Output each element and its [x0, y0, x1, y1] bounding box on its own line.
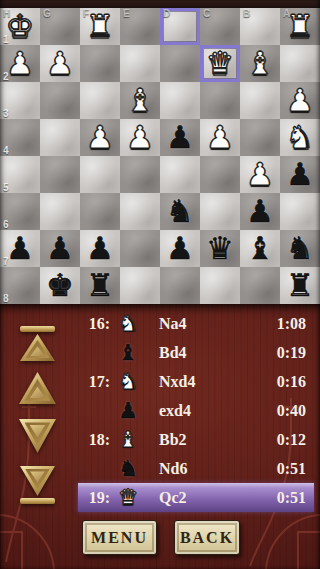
square-a4[interactable]: ♞	[280, 119, 320, 156]
move-number: 16:	[78, 315, 110, 333]
piece-white-pawn: ♟	[0, 45, 40, 82]
go-to-start-icon	[20, 326, 55, 332]
piece-black-rook: ♜	[80, 267, 120, 304]
piece-white-king: ♚	[0, 8, 40, 45]
previous-move-icon	[19, 372, 56, 404]
square-h2[interactable]: 2♟	[0, 45, 40, 82]
rank-label: 7	[3, 256, 9, 267]
square-f7[interactable]: ♟	[80, 230, 120, 267]
move-number: 17:	[78, 373, 110, 391]
square-b6[interactable]: ♟	[240, 193, 280, 230]
move-row[interactable]: 18:♝Bb20:12	[78, 425, 314, 454]
square-c6[interactable]	[200, 193, 240, 230]
square-a2[interactable]	[280, 45, 320, 82]
square-e6[interactable]	[120, 193, 160, 230]
go-to-end-button[interactable]	[20, 466, 55, 504]
black-pawn-icon: ♟	[110, 396, 146, 425]
square-h6[interactable]: 6	[0, 193, 40, 230]
move-number: 19:	[78, 489, 110, 507]
top-strip	[0, 0, 320, 8]
square-e1[interactable]: E	[120, 8, 160, 45]
go-to-end-icon	[20, 466, 55, 496]
rank-label: 2	[3, 71, 9, 82]
rank-label: 5	[3, 182, 9, 193]
square-f2[interactable]	[80, 45, 120, 82]
square-b2[interactable]: ♝	[240, 45, 280, 82]
square-b7[interactable]: ♝	[240, 230, 280, 267]
square-d6[interactable]: ♞	[160, 193, 200, 230]
white-bishop-icon: ♝	[110, 425, 146, 454]
piece-black-pawn: ♟	[40, 230, 80, 267]
square-b5[interactable]: ♟	[240, 156, 280, 193]
rank-label: 3	[3, 108, 9, 119]
white-knight-icon: ♞	[110, 367, 146, 396]
square-d7[interactable]: ♟	[160, 230, 200, 267]
go-to-start-button[interactable]	[20, 326, 55, 361]
piece-black-queen: ♛	[200, 230, 240, 267]
square-h5[interactable]: 5	[0, 156, 40, 193]
square-g6[interactable]	[40, 193, 80, 230]
square-f1[interactable]: F♜	[80, 8, 120, 45]
square-d5[interactable]	[160, 156, 200, 193]
piece-white-pawn: ♟	[80, 119, 120, 156]
file-label: H	[3, 8, 10, 19]
piece-black-pawn: ♟	[160, 230, 200, 267]
square-d3[interactable]	[160, 82, 200, 119]
piece-white-queen: ♛	[200, 45, 240, 82]
next-move-button[interactable]	[19, 419, 56, 453]
piece-black-bishop: ♝	[240, 230, 280, 267]
piece-white-pawn: ♟	[200, 119, 240, 156]
square-a3[interactable]: ♟	[280, 82, 320, 119]
square-f4[interactable]: ♟	[80, 119, 120, 156]
piece-black-king: ♚	[40, 267, 80, 304]
square-h7[interactable]: 7♟	[0, 230, 40, 267]
square-a5[interactable]: ♟	[280, 156, 320, 193]
move-clock-time: 0:51	[277, 460, 314, 478]
square-g8[interactable]: ♚	[40, 267, 80, 304]
piece-white-rook: ♜	[280, 8, 320, 45]
black-knight-icon: ♞	[110, 454, 146, 483]
piece-black-pawn: ♟	[80, 230, 120, 267]
square-e4[interactable]: ♟	[120, 119, 160, 156]
square-c7[interactable]: ♛	[200, 230, 240, 267]
square-f8[interactable]: ♜	[80, 267, 120, 304]
move-san: Qc2	[146, 489, 277, 507]
square-g2[interactable]: ♟	[40, 45, 80, 82]
move-row-selected[interactable]: 19:♛Qc20:51	[78, 483, 314, 512]
square-a1[interactable]: A♜	[280, 8, 320, 45]
square-e2[interactable]	[120, 45, 160, 82]
square-c1[interactable]: C	[200, 8, 240, 45]
square-a8[interactable]: ♜	[280, 267, 320, 304]
piece-white-pawn: ♟	[240, 156, 280, 193]
square-d8[interactable]	[160, 267, 200, 304]
file-label: A	[283, 8, 290, 19]
piece-black-rook: ♜	[280, 267, 320, 304]
move-clock-time: 1:08	[277, 315, 314, 333]
square-h8[interactable]: 8	[0, 267, 40, 304]
move-history-panel: 16:♞Na41:08♝Bd40:1917:♞Nxd40:16♟exd40:40…	[0, 304, 320, 569]
move-row[interactable]: 17:♞Nxd40:16	[78, 367, 314, 396]
file-label: D	[163, 8, 170, 19]
menu-button[interactable]: MENU	[82, 520, 157, 555]
move-san: Bb2	[146, 431, 277, 449]
rank-label: 8	[3, 293, 9, 304]
chess-app-screen: H1♚GF♜EDCBA♜2♟♟♛♝3♝♟4♟♟♟♟♞5♟♟6♞♟7♟♟♟♟♛♝♞…	[0, 0, 320, 569]
piece-black-knight: ♞	[160, 193, 200, 230]
square-c4[interactable]: ♟	[200, 119, 240, 156]
square-c5[interactable]	[200, 156, 240, 193]
piece-white-pawn: ♟	[120, 119, 160, 156]
square-d4[interactable]: ♟	[160, 119, 200, 156]
chess-board: H1♚GF♜EDCBA♜2♟♟♛♝3♝♟4♟♟♟♟♞5♟♟6♞♟7♟♟♟♟♛♝♞…	[0, 8, 320, 304]
back-button[interactable]: BACK	[174, 520, 240, 555]
square-g5[interactable]	[40, 156, 80, 193]
file-label: E	[123, 8, 130, 19]
square-e8[interactable]	[120, 267, 160, 304]
square-d2[interactable]	[160, 45, 200, 82]
square-h1[interactable]: H1♚	[0, 8, 40, 45]
move-san: Nxd4	[146, 373, 277, 391]
black-bishop-icon: ♝	[110, 338, 146, 367]
move-row[interactable]: ♟exd40:40	[78, 396, 314, 425]
piece-black-pawn: ♟	[280, 156, 320, 193]
piece-white-rook: ♜	[80, 8, 120, 45]
square-f6[interactable]	[80, 193, 120, 230]
move-row[interactable]: ♞Nd60:51	[78, 454, 314, 483]
move-clock-time: 0:12	[277, 431, 314, 449]
next-move-icon	[19, 419, 56, 453]
square-e3[interactable]: ♝	[120, 82, 160, 119]
piece-black-pawn: ♟	[240, 193, 280, 230]
white-knight-icon: ♞	[110, 309, 146, 338]
square-b4[interactable]	[240, 119, 280, 156]
square-h3[interactable]: 3	[0, 82, 40, 119]
file-label: F	[83, 8, 89, 19]
square-f5[interactable]	[80, 156, 120, 193]
square-b8[interactable]	[240, 267, 280, 304]
square-b3[interactable]	[240, 82, 280, 119]
rank-label: 4	[3, 145, 9, 156]
rank-label: 1	[3, 34, 9, 45]
square-g3[interactable]	[40, 82, 80, 119]
square-b1[interactable]: B	[240, 8, 280, 45]
square-g1[interactable]: G	[40, 8, 80, 45]
square-g4[interactable]	[40, 119, 80, 156]
previous-move-button[interactable]	[19, 372, 56, 404]
square-c3[interactable]	[200, 82, 240, 119]
move-clock-time: 0:40	[277, 402, 314, 420]
square-d1[interactable]: D	[160, 8, 200, 45]
piece-black-pawn: ♟	[0, 230, 40, 267]
square-c2[interactable]: ♛	[200, 45, 240, 82]
move-clock-time: 0:19	[277, 344, 314, 362]
move-number: 18:	[78, 431, 110, 449]
square-h4[interactable]: 4	[0, 119, 40, 156]
move-row[interactable]: 16:♞Na41:08	[78, 309, 314, 338]
piece-black-knight: ♞	[280, 230, 320, 267]
file-label: C	[203, 8, 210, 19]
square-a6[interactable]	[280, 193, 320, 230]
move-clock-time: 0:16	[277, 373, 314, 391]
white-queen-icon: ♛	[110, 483, 146, 512]
square-g7[interactable]: ♟	[40, 230, 80, 267]
move-san: Na4	[146, 315, 277, 333]
move-list: 16:♞Na41:08♝Bd40:1917:♞Nxd40:16♟exd40:40…	[78, 309, 314, 512]
piece-white-bishop: ♝	[240, 45, 280, 82]
move-clock-time: 0:51	[277, 489, 314, 507]
piece-white-pawn: ♟	[40, 45, 80, 82]
move-row[interactable]: ♝Bd40:19	[78, 338, 314, 367]
piece-white-bishop: ♝	[120, 82, 160, 119]
piece-white-pawn: ♟	[280, 82, 320, 119]
square-c8[interactable]	[200, 267, 240, 304]
square-a7[interactable]: ♞	[280, 230, 320, 267]
file-label: G	[43, 8, 51, 19]
file-label: B	[243, 8, 250, 19]
move-san: exd4	[146, 402, 277, 420]
move-san: Nd6	[146, 460, 277, 478]
piece-white-knight: ♞	[280, 119, 320, 156]
square-f3[interactable]	[80, 82, 120, 119]
square-e5[interactable]	[120, 156, 160, 193]
move-san: Bd4	[146, 344, 277, 362]
square-e7[interactable]	[120, 230, 160, 267]
rank-label: 6	[3, 219, 9, 230]
piece-black-pawn: ♟	[160, 119, 200, 156]
